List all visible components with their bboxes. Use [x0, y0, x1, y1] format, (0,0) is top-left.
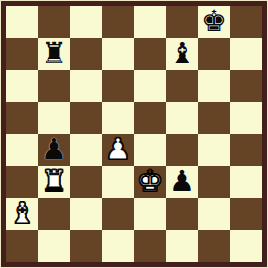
square-h3[interactable]: [230, 166, 262, 198]
square-d2[interactable]: [102, 198, 134, 230]
square-a3[interactable]: [6, 166, 38, 198]
square-a5[interactable]: [6, 102, 38, 134]
square-d6[interactable]: [102, 70, 134, 102]
square-e2[interactable]: [134, 198, 166, 230]
piece-white-rook[interactable]: ♜: [41, 166, 67, 197]
square-c5[interactable]: [70, 102, 102, 134]
square-e5[interactable]: [134, 102, 166, 134]
piece-black-rook[interactable]: ♜: [41, 38, 67, 69]
square-d7[interactable]: [102, 38, 134, 70]
square-a2[interactable]: ♝: [6, 198, 38, 230]
square-e7[interactable]: [134, 38, 166, 70]
square-a4[interactable]: [6, 134, 38, 166]
square-b2[interactable]: [38, 198, 70, 230]
chess-board: ♚♜♝♟♟♜♚♟♝: [6, 6, 262, 262]
piece-white-bishop[interactable]: ♝: [9, 198, 35, 229]
square-f1[interactable]: [166, 230, 198, 262]
square-h7[interactable]: [230, 38, 262, 70]
square-c1[interactable]: [70, 230, 102, 262]
square-g5[interactable]: [198, 102, 230, 134]
square-c4[interactable]: [70, 134, 102, 166]
square-g4[interactable]: [198, 134, 230, 166]
square-h2[interactable]: [230, 198, 262, 230]
square-e3[interactable]: ♚: [134, 166, 166, 198]
square-f5[interactable]: [166, 102, 198, 134]
square-h4[interactable]: [230, 134, 262, 166]
square-g2[interactable]: [198, 198, 230, 230]
square-c3[interactable]: [70, 166, 102, 198]
piece-white-king[interactable]: ♚: [137, 166, 163, 197]
square-d3[interactable]: [102, 166, 134, 198]
square-e1[interactable]: [134, 230, 166, 262]
square-b3[interactable]: ♜: [38, 166, 70, 198]
square-f8[interactable]: [166, 6, 198, 38]
square-g1[interactable]: [198, 230, 230, 262]
square-g6[interactable]: [198, 70, 230, 102]
square-h6[interactable]: [230, 70, 262, 102]
square-c2[interactable]: [70, 198, 102, 230]
square-d8[interactable]: [102, 6, 134, 38]
square-b6[interactable]: [38, 70, 70, 102]
square-b5[interactable]: [38, 102, 70, 134]
square-a1[interactable]: [6, 230, 38, 262]
square-h8[interactable]: [230, 6, 262, 38]
piece-black-king[interactable]: ♚: [201, 6, 227, 37]
square-b1[interactable]: [38, 230, 70, 262]
square-h5[interactable]: [230, 102, 262, 134]
square-b4[interactable]: ♟: [38, 134, 70, 166]
square-c6[interactable]: [70, 70, 102, 102]
chess-board-frame: ♚♜♝♟♟♜♚♟♝: [0, 0, 268, 268]
square-g3[interactable]: [198, 166, 230, 198]
square-g7[interactable]: [198, 38, 230, 70]
square-f4[interactable]: [166, 134, 198, 166]
square-b8[interactable]: [38, 6, 70, 38]
piece-black-pawn[interactable]: ♟: [169, 166, 195, 197]
piece-black-pawn[interactable]: ♟: [41, 134, 67, 165]
square-d1[interactable]: [102, 230, 134, 262]
piece-white-pawn[interactable]: ♟: [105, 134, 131, 165]
square-f7[interactable]: ♝: [166, 38, 198, 70]
square-a7[interactable]: [6, 38, 38, 70]
square-d5[interactable]: [102, 102, 134, 134]
square-b7[interactable]: ♜: [38, 38, 70, 70]
square-g8[interactable]: ♚: [198, 6, 230, 38]
square-e6[interactable]: [134, 70, 166, 102]
square-c8[interactable]: [70, 6, 102, 38]
square-e8[interactable]: [134, 6, 166, 38]
square-f3[interactable]: ♟: [166, 166, 198, 198]
square-d4[interactable]: ♟: [102, 134, 134, 166]
piece-black-bishop[interactable]: ♝: [169, 38, 195, 69]
square-f6[interactable]: [166, 70, 198, 102]
square-h1[interactable]: [230, 230, 262, 262]
square-a8[interactable]: [6, 6, 38, 38]
square-e4[interactable]: [134, 134, 166, 166]
square-a6[interactable]: [6, 70, 38, 102]
square-f2[interactable]: [166, 198, 198, 230]
square-c7[interactable]: [70, 38, 102, 70]
